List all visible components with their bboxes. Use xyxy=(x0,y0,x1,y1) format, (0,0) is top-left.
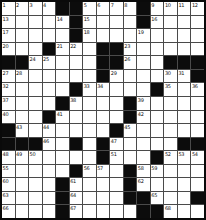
cell-r3c8[interactable] xyxy=(97,29,110,42)
cell-r6c5[interactable] xyxy=(56,70,69,83)
cell-r2c2[interactable] xyxy=(16,16,29,29)
cell-r2c12[interactable]: 16 xyxy=(151,16,164,29)
black-cell-r16c11 xyxy=(137,205,150,218)
cell-r10c2[interactable]: 43 xyxy=(16,124,29,137)
cell-r14c6[interactable]: 61 xyxy=(70,178,83,191)
clue-number: 19 xyxy=(138,29,144,35)
cell-r9c8[interactable] xyxy=(97,111,110,124)
cell-r2c10[interactable] xyxy=(124,16,137,29)
black-cell-r11c14 xyxy=(178,138,191,151)
clue-number: 36 xyxy=(192,83,198,89)
cell-r12c7[interactable] xyxy=(83,151,96,164)
cell-r1c7[interactable]: 5 xyxy=(83,2,96,15)
clue-number: 65 xyxy=(151,192,157,198)
clue-number: 9 xyxy=(151,2,154,8)
black-cell-r10c1 xyxy=(2,124,15,137)
cell-r13c15[interactable] xyxy=(191,165,204,178)
cell-r13c8[interactable]: 57 xyxy=(97,165,110,178)
cell-r13c3[interactable] xyxy=(29,165,42,178)
cell-r3c9[interactable] xyxy=(110,29,123,42)
cell-r5c4[interactable]: 25 xyxy=(43,56,56,69)
cell-r4c15[interactable] xyxy=(191,43,204,56)
cell-r7c15[interactable]: 36 xyxy=(191,83,204,96)
cell-r13c5[interactable] xyxy=(56,165,69,178)
cell-r13c2[interactable] xyxy=(16,165,29,178)
cell-r8c7[interactable] xyxy=(83,97,96,110)
clue-number: 21 xyxy=(57,43,63,49)
cell-r6c13[interactable]: 30 xyxy=(164,70,177,83)
cell-r15c9[interactable] xyxy=(110,192,123,205)
cell-r1c15[interactable]: 12 xyxy=(191,2,204,15)
cell-r13c11[interactable]: 58 xyxy=(137,165,150,178)
cell-r13c4[interactable] xyxy=(43,165,56,178)
cell-r14c4[interactable] xyxy=(43,178,56,191)
cell-r1c9[interactable]: 7 xyxy=(110,2,123,15)
black-cell-r14c10 xyxy=(124,178,137,191)
clue-number: 30 xyxy=(165,70,171,76)
cell-r3c5[interactable] xyxy=(56,29,69,42)
cell-r7c4[interactable] xyxy=(43,83,56,96)
clue-number: 5 xyxy=(84,2,87,8)
cell-r7c14[interactable] xyxy=(178,83,191,96)
cell-r15c7[interactable] xyxy=(83,192,96,205)
cell-r9c13[interactable] xyxy=(164,111,177,124)
cell-r9c14[interactable] xyxy=(178,111,191,124)
clue-number: 41 xyxy=(57,111,63,117)
cell-r10c15[interactable] xyxy=(191,124,204,137)
cell-r10c10[interactable]: 45 xyxy=(124,124,137,137)
cell-r1c8[interactable]: 6 xyxy=(97,2,110,15)
black-cell-r11c6 xyxy=(70,138,83,151)
clue-number: 57 xyxy=(97,165,103,171)
cell-r7c9[interactable] xyxy=(110,83,123,96)
cell-r8c13[interactable] xyxy=(164,97,177,110)
cell-r14c13[interactable] xyxy=(164,178,177,191)
black-cell-r5c1 xyxy=(2,56,15,69)
cell-r5c7[interactable] xyxy=(83,56,96,69)
cell-r12c2[interactable]: 49 xyxy=(16,151,29,164)
black-cell-r4c9 xyxy=(110,43,123,56)
clue-number: 43 xyxy=(16,124,22,130)
clue-number: 11 xyxy=(178,2,184,8)
clue-number: 15 xyxy=(84,16,90,22)
cell-r10c5[interactable] xyxy=(56,124,69,137)
cell-r4c2[interactable] xyxy=(16,43,29,56)
cell-r9c1[interactable]: 40 xyxy=(2,111,15,124)
black-cell-r8c5 xyxy=(56,97,69,110)
cell-r9c7[interactable] xyxy=(83,111,96,124)
cell-r11c11[interactable] xyxy=(137,138,150,151)
cell-r7c13[interactable]: 35 xyxy=(164,83,177,96)
clue-number: 22 xyxy=(70,43,76,49)
clue-number: 44 xyxy=(43,124,49,130)
cell-r16c7[interactable] xyxy=(83,205,96,218)
cell-r5c6[interactable] xyxy=(70,56,83,69)
clue-number: 52 xyxy=(165,151,171,157)
cell-r9c3[interactable] xyxy=(29,111,42,124)
black-cell-r1c11 xyxy=(137,2,150,15)
cell-r12c6[interactable] xyxy=(70,151,83,164)
cell-r3c14[interactable] xyxy=(178,29,191,42)
cell-r5c3[interactable]: 24 xyxy=(29,56,42,69)
cell-r14c1[interactable]: 60 xyxy=(2,178,15,191)
cell-r4c11[interactable] xyxy=(137,43,150,56)
cell-r10c6[interactable] xyxy=(70,124,83,137)
cell-r10c13[interactable] xyxy=(164,124,177,137)
cell-r9c5[interactable]: 41 xyxy=(56,111,69,124)
cell-r10c4[interactable]: 44 xyxy=(43,124,56,137)
cell-r1c13[interactable]: 10 xyxy=(164,2,177,15)
cell-r9c9[interactable] xyxy=(110,111,123,124)
cell-r16c13[interactable]: 68 xyxy=(164,205,177,218)
cell-r14c8[interactable] xyxy=(97,178,110,191)
cell-r7c11[interactable] xyxy=(137,83,150,96)
clue-number: 13 xyxy=(3,16,9,22)
cell-r15c8[interactable] xyxy=(97,192,110,205)
clue-number: 29 xyxy=(111,70,117,76)
cell-r9c11[interactable]: 42 xyxy=(137,111,150,124)
cell-r6c10[interactable] xyxy=(124,70,137,83)
cell-r16c1[interactable]: 66 xyxy=(2,205,15,218)
cell-r6c14[interactable]: 31 xyxy=(178,70,191,83)
black-cell-r7c6 xyxy=(70,83,83,96)
clue-number: 53 xyxy=(178,151,184,157)
clue-number: 37 xyxy=(3,97,9,103)
cell-r8c1[interactable]: 37 xyxy=(2,97,15,110)
black-cell-r12c12 xyxy=(151,151,164,164)
cell-r8c3[interactable] xyxy=(29,97,42,110)
cell-r11c7[interactable] xyxy=(83,138,96,151)
cell-r12c5[interactable] xyxy=(56,151,69,164)
cell-r9c12[interactable] xyxy=(151,111,164,124)
clue-number: 1 xyxy=(3,2,6,8)
clue-number: 20 xyxy=(3,43,9,49)
cell-r6c3[interactable] xyxy=(29,70,42,83)
black-cell-r7c12 xyxy=(151,83,164,96)
cell-r8c9[interactable] xyxy=(110,97,123,110)
cell-r3c4[interactable] xyxy=(43,29,56,42)
clue-number: 47 xyxy=(111,138,117,144)
cell-r8c12[interactable] xyxy=(151,97,164,110)
cell-r15c3[interactable] xyxy=(29,192,42,205)
cell-r16c6[interactable]: 67 xyxy=(70,205,83,218)
cell-r1c2[interactable]: 2 xyxy=(16,2,29,15)
clue-number: 50 xyxy=(30,151,36,157)
cell-r5c5[interactable] xyxy=(56,56,69,69)
cell-r3c15[interactable] xyxy=(191,29,204,42)
cell-r6c9[interactable]: 29 xyxy=(110,70,123,83)
clue-number: 24 xyxy=(30,56,36,62)
cell-r15c1[interactable]: 63 xyxy=(2,192,15,205)
cell-r6c2[interactable]: 28 xyxy=(16,70,29,83)
cell-r12c15[interactable]: 54 xyxy=(191,151,204,164)
cell-r16c3[interactable] xyxy=(29,205,42,218)
cell-r12c4[interactable] xyxy=(43,151,56,164)
clue-number: 56 xyxy=(84,165,90,171)
black-cell-r9c10 xyxy=(124,111,137,124)
cell-r3c7[interactable]: 18 xyxy=(83,29,96,42)
cell-r1c4[interactable]: 4 xyxy=(43,2,56,15)
cell-r6c1[interactable]: 27 xyxy=(2,70,15,83)
clue-number: 23 xyxy=(124,43,130,49)
cell-r11c13[interactable] xyxy=(164,138,177,151)
cell-r5c10[interactable]: 26 xyxy=(124,56,137,69)
cell-r10c14[interactable] xyxy=(178,124,191,137)
cell-r14c2[interactable] xyxy=(16,178,29,191)
clue-number: 55 xyxy=(3,165,9,171)
cell-r6c4[interactable] xyxy=(43,70,56,83)
cell-r14c15[interactable] xyxy=(191,178,204,191)
black-cell-r4c8 xyxy=(97,43,110,56)
cell-r2c5[interactable]: 14 xyxy=(56,16,69,29)
clue-number: 62 xyxy=(138,178,144,184)
cell-r4c12[interactable] xyxy=(151,43,164,56)
cell-r6c7[interactable] xyxy=(83,70,96,83)
cell-r10c11[interactable] xyxy=(137,124,150,137)
cell-r3c10[interactable] xyxy=(124,29,137,42)
cell-r3c2[interactable] xyxy=(16,29,29,42)
cell-r12c10[interactable] xyxy=(124,151,137,164)
clue-number: 64 xyxy=(70,192,76,198)
black-cell-r6c15 xyxy=(191,70,204,83)
cell-r2c15[interactable] xyxy=(191,16,204,29)
black-cell-r2c11 xyxy=(137,16,150,29)
cell-r16c8[interactable] xyxy=(97,205,110,218)
black-cell-r9c4 xyxy=(43,111,56,124)
black-cell-r16c12 xyxy=(151,205,164,218)
clue-number: 63 xyxy=(3,192,9,198)
cell-r9c6[interactable] xyxy=(70,111,83,124)
black-cell-r10c9 xyxy=(110,124,123,137)
black-cell-r5c14 xyxy=(178,56,191,69)
black-cell-r6c8 xyxy=(97,70,110,83)
cell-r13c9[interactable] xyxy=(110,165,123,178)
cell-r14c14[interactable] xyxy=(178,178,191,191)
cell-r7c10[interactable] xyxy=(124,83,137,96)
cell-r2c8[interactable] xyxy=(97,16,110,29)
cell-r3c1[interactable]: 17 xyxy=(2,29,15,42)
cell-r7c1[interactable]: 32 xyxy=(2,83,15,96)
cell-r11c5[interactable] xyxy=(56,138,69,151)
black-cell-r16c5 xyxy=(56,205,69,218)
cell-r11c4[interactable]: 46 xyxy=(43,138,56,151)
clue-number: 14 xyxy=(57,16,63,22)
clue-number: 26 xyxy=(124,56,130,62)
clue-number: 38 xyxy=(70,97,76,103)
black-cell-r11c1 xyxy=(2,138,15,151)
clue-number: 28 xyxy=(16,70,22,76)
clue-number: 8 xyxy=(124,2,127,8)
cell-r3c12[interactable] xyxy=(151,29,164,42)
cell-r13c13[interactable] xyxy=(164,165,177,178)
cell-r15c2[interactable] xyxy=(16,192,29,205)
cell-r4c14[interactable] xyxy=(178,43,191,56)
cell-r6c12[interactable] xyxy=(151,70,164,83)
cell-r4c13[interactable] xyxy=(164,43,177,56)
cell-r10c7[interactable] xyxy=(83,124,96,137)
cell-r4c10[interactable]: 23 xyxy=(124,43,137,56)
cell-r7c7[interactable]: 33 xyxy=(83,83,96,96)
clue-number: 31 xyxy=(178,70,184,76)
cell-r10c12[interactable] xyxy=(151,124,164,137)
cell-r8c2[interactable] xyxy=(16,97,29,110)
cell-r2c4[interactable] xyxy=(43,16,56,29)
cell-r4c1[interactable]: 20 xyxy=(2,43,15,56)
cell-r14c9[interactable] xyxy=(110,178,123,191)
cell-r15c4[interactable] xyxy=(43,192,56,205)
cell-r11c12[interactable] xyxy=(151,138,164,151)
clue-number: 48 xyxy=(3,151,9,157)
cell-r12c1[interactable]: 48 xyxy=(2,151,15,164)
cell-r8c11[interactable]: 39 xyxy=(137,97,150,110)
black-cell-r13c10 xyxy=(124,165,137,178)
black-cell-r11c3 xyxy=(29,138,42,151)
black-cell-r15c10 xyxy=(124,192,137,205)
cell-r8c14[interactable] xyxy=(178,97,191,110)
cell-r8c8[interactable] xyxy=(97,97,110,110)
black-cell-r5c9 xyxy=(110,56,123,69)
cell-r16c14[interactable] xyxy=(178,205,191,218)
cell-r1c12[interactable]: 9 xyxy=(151,2,164,15)
black-cell-r8c10 xyxy=(124,97,137,110)
cell-r4c6[interactable]: 22 xyxy=(70,43,83,56)
cell-r3c3[interactable] xyxy=(29,29,42,42)
cell-r11c10[interactable] xyxy=(124,138,137,151)
cell-r15c13[interactable] xyxy=(164,192,177,205)
black-cell-r14c5 xyxy=(56,178,69,191)
clue-number: 2 xyxy=(16,2,19,8)
cell-r13c7[interactable]: 56 xyxy=(83,165,96,178)
cell-r14c11[interactable]: 62 xyxy=(137,178,150,191)
cell-r8c15[interactable] xyxy=(191,97,204,110)
cell-r3c13[interactable] xyxy=(164,29,177,42)
cell-r6c11[interactable] xyxy=(137,70,150,83)
cell-r5c11[interactable] xyxy=(137,56,150,69)
cell-r1c3[interactable]: 3 xyxy=(29,2,42,15)
cell-r16c4[interactable] xyxy=(43,205,56,218)
cell-r12c9[interactable]: 51 xyxy=(110,151,123,164)
cell-r4c7[interactable] xyxy=(83,43,96,56)
clue-number: 32 xyxy=(3,83,9,89)
cell-r13c1[interactable]: 55 xyxy=(2,165,15,178)
clue-number: 66 xyxy=(3,205,9,211)
cell-r15c6[interactable]: 64 xyxy=(70,192,83,205)
clue-number: 27 xyxy=(3,70,9,76)
cell-r1c14[interactable]: 11 xyxy=(178,2,191,15)
cell-r13c14[interactable] xyxy=(178,165,191,178)
clue-number: 17 xyxy=(3,29,9,35)
cell-r13c12[interactable]: 59 xyxy=(151,165,164,178)
black-cell-r15c11 xyxy=(137,192,150,205)
clue-number: 7 xyxy=(111,2,114,8)
cell-r15c12[interactable]: 65 xyxy=(151,192,164,205)
cell-r2c1[interactable]: 13 xyxy=(2,16,15,29)
clue-number: 25 xyxy=(43,56,49,62)
cell-r2c9[interactable] xyxy=(110,16,123,29)
clue-number: 6 xyxy=(97,2,100,8)
cell-r5c12[interactable] xyxy=(151,56,164,69)
clue-number: 61 xyxy=(70,178,76,184)
cell-r2c3[interactable] xyxy=(29,16,42,29)
black-cell-r5c13 xyxy=(164,56,177,69)
cell-r7c5[interactable] xyxy=(56,83,69,96)
cell-r10c8[interactable] xyxy=(97,124,110,137)
cell-r16c15[interactable] xyxy=(191,205,204,218)
black-cell-r11c2 xyxy=(16,138,29,151)
cell-r7c2[interactable] xyxy=(16,83,29,96)
clue-number: 18 xyxy=(84,29,90,35)
cell-r12c14[interactable]: 53 xyxy=(178,151,191,164)
cell-r14c7[interactable] xyxy=(83,178,96,191)
black-cell-r11c8 xyxy=(97,138,110,151)
cell-r7c3[interactable] xyxy=(29,83,42,96)
cell-r11c9[interactable]: 47 xyxy=(110,138,123,151)
crossword-board: 1234567891011121314151617181920212223242… xyxy=(0,0,206,220)
cell-r1c10[interactable]: 8 xyxy=(124,2,137,15)
clue-number: 68 xyxy=(165,205,171,211)
cell-r6c6[interactable] xyxy=(70,70,83,83)
cell-r16c2[interactable] xyxy=(16,205,29,218)
cell-r7c8[interactable]: 34 xyxy=(97,83,110,96)
cell-r16c9[interactable] xyxy=(110,205,123,218)
cell-r8c6[interactable]: 38 xyxy=(70,97,83,110)
clue-number: 54 xyxy=(192,151,198,157)
clue-number: 4 xyxy=(43,2,46,8)
black-cell-r5c2 xyxy=(16,56,29,69)
black-cell-r15c5 xyxy=(56,192,69,205)
black-cell-r5c8 xyxy=(97,56,110,69)
cell-r9c15[interactable] xyxy=(191,111,204,124)
black-cell-r2c6 xyxy=(70,16,83,29)
black-cell-r5c15 xyxy=(191,56,204,69)
clue-number: 40 xyxy=(3,111,9,117)
clue-number: 3 xyxy=(30,2,33,8)
clue-number: 35 xyxy=(165,83,171,89)
cell-r14c3[interactable] xyxy=(29,178,42,191)
cell-r1c1[interactable]: 1 xyxy=(2,2,15,15)
clue-number: 10 xyxy=(165,2,171,8)
cell-r2c7[interactable]: 15 xyxy=(83,16,96,29)
cell-r3c11[interactable]: 19 xyxy=(137,29,150,42)
cell-r9c2[interactable] xyxy=(16,111,29,124)
cell-r12c11[interactable] xyxy=(137,151,150,164)
clue-number: 12 xyxy=(192,2,198,8)
black-cell-r3c6 xyxy=(70,29,83,42)
black-cell-r4c4 xyxy=(43,43,56,56)
cell-r4c5[interactable]: 21 xyxy=(56,43,69,56)
black-cell-r13c6 xyxy=(70,165,83,178)
cell-r16c10[interactable] xyxy=(124,205,137,218)
cell-r14c12[interactable] xyxy=(151,178,164,191)
black-cell-r1c5 xyxy=(56,2,69,15)
cell-r10c3[interactable] xyxy=(29,124,42,137)
clue-number: 51 xyxy=(111,151,117,157)
cell-r4c3[interactable] xyxy=(29,43,42,56)
cell-r2c14[interactable] xyxy=(178,16,191,29)
clue-number: 67 xyxy=(70,205,76,211)
cell-r8c4[interactable] xyxy=(43,97,56,110)
black-cell-r15c15 xyxy=(191,192,204,205)
clue-number: 60 xyxy=(3,178,9,184)
clue-number: 39 xyxy=(138,97,144,103)
cell-r12c13[interactable]: 52 xyxy=(164,151,177,164)
cell-r12c3[interactable]: 50 xyxy=(29,151,42,164)
clue-number: 46 xyxy=(43,138,49,144)
clue-number: 33 xyxy=(84,83,90,89)
cell-r15c14[interactable] xyxy=(178,192,191,205)
cell-r2c13[interactable] xyxy=(164,16,177,29)
clue-number: 45 xyxy=(124,124,130,130)
